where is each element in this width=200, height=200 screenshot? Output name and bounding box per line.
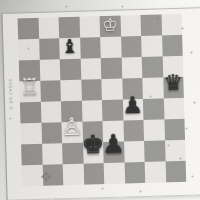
black-pawn[interactable]: ♟	[101, 132, 125, 158]
square-b4[interactable]	[40, 101, 61, 123]
square-a4[interactable]	[20, 102, 41, 124]
white-rook[interactable]: ♖	[20, 76, 40, 98]
square-h1[interactable]	[165, 161, 186, 183]
square-c2[interactable]	[62, 143, 83, 165]
square-f7[interactable]	[121, 36, 142, 58]
square-b2[interactable]	[42, 143, 63, 165]
square-f6[interactable]	[121, 57, 142, 79]
square-c3[interactable]: ♙	[61, 122, 82, 144]
square-e7[interactable]	[100, 37, 121, 59]
square-e2[interactable]: ♟	[103, 142, 124, 164]
square-e4[interactable]	[102, 100, 123, 122]
square-d5[interactable]	[81, 79, 102, 101]
square-f2[interactable]	[124, 141, 145, 163]
square-a3[interactable]	[21, 123, 42, 145]
square-d7[interactable]	[80, 37, 101, 59]
square-g5[interactable]	[142, 77, 163, 99]
square-a5[interactable]: ♖	[19, 81, 40, 103]
square-g2[interactable]	[144, 140, 165, 162]
square-e8[interactable]: ♔	[100, 16, 121, 38]
square-h2[interactable]	[165, 140, 186, 162]
square-d1[interactable]	[83, 163, 104, 185]
dust-specks	[0, 0, 1, 1]
square-a7[interactable]	[18, 39, 39, 61]
square-f3[interactable]	[123, 120, 144, 142]
square-b5[interactable]	[40, 80, 61, 102]
square-e6[interactable]	[101, 58, 122, 80]
square-g4[interactable]	[143, 98, 164, 120]
chess-board: ♔♝♖♛♟♙♚♟	[18, 14, 187, 187]
square-c7[interactable]: ♝	[59, 38, 80, 60]
square-h4[interactable]	[163, 98, 184, 120]
square-h8[interactable]	[161, 14, 182, 36]
board-photo: ♔♝♖♛♟♙♚♟ ❖ © US CHESS	[0, 0, 200, 200]
board-maker-emblem-icon: ❖	[40, 170, 53, 184]
white-king[interactable]: ♔	[102, 15, 119, 33]
square-d2[interactable]: ♚	[83, 142, 104, 164]
vinyl-board-sheet: ♔♝♖♛♟♙♚♟ ❖ © US CHESS	[1, 7, 200, 200]
square-d6[interactable]	[80, 58, 101, 80]
square-a2[interactable]	[21, 144, 42, 166]
black-queen[interactable]: ♛	[163, 72, 183, 94]
square-b7[interactable]	[39, 38, 60, 60]
square-h3[interactable]	[164, 119, 185, 141]
square-c6[interactable]	[60, 59, 81, 81]
square-e5[interactable]	[101, 79, 122, 101]
square-f1[interactable]	[124, 162, 145, 184]
square-b3[interactable]	[41, 122, 62, 144]
square-h5[interactable]: ♛	[163, 77, 184, 99]
square-b8[interactable]	[38, 17, 59, 39]
square-d4[interactable]	[81, 100, 102, 122]
square-f4[interactable]: ♟	[122, 99, 143, 121]
square-g3[interactable]	[143, 119, 164, 141]
white-pawn[interactable]: ♙	[61, 114, 84, 139]
square-d8[interactable]	[79, 16, 100, 38]
square-e1[interactable]	[104, 163, 125, 185]
black-pawn[interactable]: ♟	[122, 93, 143, 117]
square-g8[interactable]	[141, 14, 162, 36]
square-b6[interactable]	[39, 59, 60, 81]
square-g1[interactable]	[145, 161, 166, 183]
square-a8[interactable]	[18, 18, 39, 40]
square-f8[interactable]	[120, 15, 141, 37]
square-g6[interactable]	[142, 56, 163, 78]
black-bishop[interactable]: ♝	[61, 36, 79, 56]
square-c1[interactable]	[63, 164, 84, 186]
square-g7[interactable]	[141, 35, 162, 57]
square-h7[interactable]	[162, 35, 183, 57]
square-c5[interactable]	[60, 80, 81, 102]
board-margin-copyright-text: © US CHESS	[7, 68, 13, 120]
